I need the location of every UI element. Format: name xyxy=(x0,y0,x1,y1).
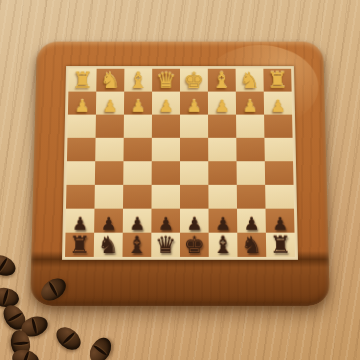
piece-dark-knight[interactable]: ♞ xyxy=(241,234,263,257)
piece-dark-bishop[interactable]: ♝ xyxy=(126,234,147,257)
bean-crease xyxy=(31,318,38,334)
board-inlay: ♜♞♝♛♚♝♞♜♟♟♟♟♟♟♟♟♟♟♟♟♟♟♟♟♜♞♝♛♚♝♞♜ xyxy=(62,66,298,260)
chess-board[interactable]: ♜♞♝♛♚♝♞♜♟♟♟♟♟♟♟♟♟♟♟♟♟♟♟♟♜♞♝♛♚♝♞♜ xyxy=(65,69,295,257)
square-a7[interactable]: ♟ xyxy=(266,209,295,233)
square-e4[interactable] xyxy=(152,138,180,161)
square-e7[interactable]: ♟ xyxy=(151,209,180,233)
bean-crease xyxy=(62,332,76,345)
piece-dark-pawn[interactable]: ♟ xyxy=(272,215,288,232)
square-c8[interactable]: ♝ xyxy=(209,233,238,257)
table-surface: ♜♞♝♛♚♝♞♜♟♟♟♟♟♟♟♟♟♟♟♟♟♟♟♟♜♞♝♛♚♝♞♜ xyxy=(0,0,360,360)
piece-dark-knight[interactable]: ♞ xyxy=(97,234,119,257)
square-c6[interactable] xyxy=(208,185,237,209)
piece-light-pawn[interactable]: ♟ xyxy=(242,98,258,115)
square-g1[interactable]: ♞ xyxy=(96,69,124,92)
square-a1[interactable]: ♜ xyxy=(263,69,291,92)
bean-crease xyxy=(22,351,31,360)
square-f5[interactable] xyxy=(123,161,152,185)
piece-light-pawn[interactable]: ♟ xyxy=(158,98,174,115)
square-d5[interactable] xyxy=(180,161,208,185)
square-b6[interactable] xyxy=(237,185,266,209)
square-d7[interactable]: ♟ xyxy=(180,209,209,233)
piece-dark-queen[interactable]: ♛ xyxy=(155,234,176,257)
square-f6[interactable] xyxy=(123,185,152,209)
square-b2[interactable]: ♟ xyxy=(236,92,264,115)
square-h3[interactable] xyxy=(67,115,95,138)
square-g2[interactable]: ♟ xyxy=(96,92,124,115)
piece-light-pawn[interactable]: ♟ xyxy=(74,98,90,115)
square-b7[interactable]: ♟ xyxy=(237,209,266,233)
square-g7[interactable]: ♟ xyxy=(94,209,123,233)
piece-dark-pawn[interactable]: ♟ xyxy=(100,215,116,232)
square-b3[interactable] xyxy=(236,115,264,138)
square-g3[interactable] xyxy=(96,115,124,138)
square-h1[interactable]: ♜ xyxy=(68,69,96,92)
square-e8[interactable]: ♛ xyxy=(151,233,180,257)
square-c3[interactable] xyxy=(208,115,236,138)
square-f1[interactable]: ♝ xyxy=(124,69,152,92)
square-c2[interactable]: ♟ xyxy=(208,92,236,115)
square-f8[interactable]: ♝ xyxy=(123,233,152,257)
square-e2[interactable]: ♟ xyxy=(152,92,180,115)
piece-light-rook[interactable]: ♜ xyxy=(267,70,288,92)
square-g6[interactable] xyxy=(94,185,123,209)
piece-dark-rook[interactable]: ♜ xyxy=(270,234,292,257)
coffee-bean xyxy=(52,323,85,355)
square-h2[interactable]: ♟ xyxy=(68,92,96,115)
square-f4[interactable] xyxy=(123,138,151,161)
piece-light-rook[interactable]: ♜ xyxy=(72,70,93,92)
square-g4[interactable] xyxy=(95,138,124,161)
square-d1[interactable]: ♚ xyxy=(180,69,208,92)
square-b8[interactable]: ♞ xyxy=(237,233,266,257)
square-d8[interactable]: ♚ xyxy=(180,233,209,257)
bean-crease xyxy=(13,342,29,346)
square-g5[interactable] xyxy=(95,161,124,185)
coffee-bean xyxy=(0,251,19,280)
piece-dark-pawn[interactable]: ♟ xyxy=(186,215,202,232)
square-h7[interactable]: ♟ xyxy=(65,209,94,233)
square-c4[interactable] xyxy=(208,138,236,161)
square-a4[interactable] xyxy=(264,138,293,161)
piece-dark-rook[interactable]: ♜ xyxy=(69,234,91,257)
square-e3[interactable] xyxy=(152,115,180,138)
bean-crease xyxy=(49,281,59,296)
square-h4[interactable] xyxy=(67,138,96,161)
square-c1[interactable]: ♝ xyxy=(208,69,236,92)
square-e5[interactable] xyxy=(152,161,180,185)
square-a6[interactable] xyxy=(265,185,294,209)
square-e6[interactable] xyxy=(151,185,180,209)
square-a2[interactable]: ♟ xyxy=(264,92,292,115)
piece-dark-pawn[interactable]: ♟ xyxy=(129,215,145,232)
square-b5[interactable] xyxy=(237,161,266,185)
bean-crease xyxy=(93,344,108,356)
square-g8[interactable]: ♞ xyxy=(94,233,123,257)
piece-dark-bishop[interactable]: ♝ xyxy=(212,234,233,257)
square-a3[interactable] xyxy=(264,115,292,138)
piece-light-bishop[interactable]: ♝ xyxy=(128,70,149,92)
square-e1[interactable]: ♛ xyxy=(152,69,180,92)
bean-crease xyxy=(7,313,22,323)
square-f7[interactable]: ♟ xyxy=(123,209,152,233)
piece-dark-pawn[interactable]: ♟ xyxy=(158,215,174,232)
square-d4[interactable] xyxy=(180,138,208,161)
piece-light-pawn[interactable]: ♟ xyxy=(186,98,202,115)
piece-light-pawn[interactable]: ♟ xyxy=(214,98,230,115)
bean-crease xyxy=(0,258,8,273)
bean-crease xyxy=(2,289,9,305)
square-b4[interactable] xyxy=(236,138,265,161)
square-a8[interactable]: ♜ xyxy=(266,233,295,257)
piece-light-king[interactable]: ♚ xyxy=(184,70,205,92)
square-f3[interactable] xyxy=(124,115,152,138)
square-d2[interactable]: ♟ xyxy=(180,92,208,115)
piece-light-knight[interactable]: ♞ xyxy=(239,70,260,92)
piece-light-queen[interactable]: ♛ xyxy=(156,70,177,92)
piece-dark-pawn[interactable]: ♟ xyxy=(72,215,88,232)
piece-light-pawn[interactable]: ♟ xyxy=(270,98,286,115)
square-c5[interactable] xyxy=(208,161,237,185)
square-h5[interactable] xyxy=(66,161,95,185)
square-a5[interactable] xyxy=(265,161,294,185)
square-d6[interactable] xyxy=(180,185,209,209)
piece-light-pawn[interactable]: ♟ xyxy=(102,98,118,115)
piece-dark-king[interactable]: ♚ xyxy=(184,234,205,257)
piece-light-bishop[interactable]: ♝ xyxy=(211,70,232,92)
square-d3[interactable] xyxy=(180,115,208,138)
piece-light-pawn[interactable]: ♟ xyxy=(130,98,146,115)
square-h6[interactable] xyxy=(66,185,95,209)
piece-dark-pawn[interactable]: ♟ xyxy=(243,215,259,232)
square-f2[interactable]: ♟ xyxy=(124,92,152,115)
piece-light-knight[interactable]: ♞ xyxy=(100,70,121,92)
coffee-bean xyxy=(86,334,116,360)
piece-dark-pawn[interactable]: ♟ xyxy=(215,215,231,232)
square-h8[interactable]: ♜ xyxy=(65,233,94,257)
square-b1[interactable]: ♞ xyxy=(236,69,264,92)
chess-box: ♜♞♝♛♚♝♞♜♟♟♟♟♟♟♟♟♟♟♟♟♟♟♟♟♜♞♝♛♚♝♞♜ xyxy=(30,42,330,306)
square-c7[interactable]: ♟ xyxy=(209,209,238,233)
